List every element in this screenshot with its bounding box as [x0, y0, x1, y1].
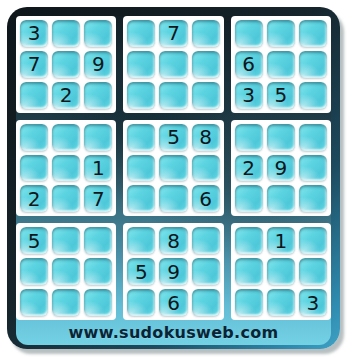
- cell-r1c6[interactable]: [192, 20, 220, 47]
- cell-r8c2[interactable]: [52, 258, 80, 285]
- cell-r6c9[interactable]: [299, 185, 327, 212]
- cell-r8c8[interactable]: [267, 258, 295, 285]
- cell-r5c5[interactable]: [159, 155, 187, 182]
- cell-r6c6: 6: [192, 185, 220, 212]
- cell-r8c9[interactable]: [299, 258, 327, 285]
- cell-r4c1[interactable]: [20, 124, 48, 151]
- cell-r3c9[interactable]: [299, 82, 327, 109]
- cell-r4c2[interactable]: [52, 124, 80, 151]
- block-7: 5: [16, 223, 116, 320]
- page: 37927635127586295859613 www.sudokusweb.c…: [0, 0, 350, 360]
- cell-r2c6[interactable]: [192, 51, 220, 78]
- cell-r4c8[interactable]: [267, 124, 295, 151]
- cell-r7c6[interactable]: [192, 227, 220, 254]
- cell-r8c1[interactable]: [20, 258, 48, 285]
- cell-r6c4[interactable]: [127, 185, 155, 212]
- cell-r9c4[interactable]: [127, 289, 155, 316]
- cell-r1c2[interactable]: [52, 20, 80, 47]
- cell-r9c5: 6: [159, 289, 187, 316]
- cell-r7c2[interactable]: [52, 227, 80, 254]
- cell-r1c9[interactable]: [299, 20, 327, 47]
- cell-r2c9[interactable]: [299, 51, 327, 78]
- cell-r6c5[interactable]: [159, 185, 187, 212]
- cell-r9c7[interactable]: [235, 289, 263, 316]
- sudoku-board: 37927635127586295859613 www.sudokusweb.c…: [7, 7, 340, 349]
- cell-r8c3[interactable]: [84, 258, 112, 285]
- cell-r6c1: 2: [20, 185, 48, 212]
- cell-r8c5: 9: [159, 258, 187, 285]
- cell-r1c7[interactable]: [235, 20, 263, 47]
- cell-r6c2[interactable]: [52, 185, 80, 212]
- cell-r3c7: 3: [235, 82, 263, 109]
- cell-r9c9: 3: [299, 289, 327, 316]
- cell-r5c4[interactable]: [127, 155, 155, 182]
- sudoku-blocks: 37927635127586295859613: [16, 16, 331, 320]
- cell-r2c2[interactable]: [52, 51, 80, 78]
- block-8: 8596: [123, 223, 223, 320]
- cell-r2c4[interactable]: [127, 51, 155, 78]
- cell-r7c4[interactable]: [127, 227, 155, 254]
- cell-r5c7: 2: [235, 155, 263, 182]
- cell-r2c5[interactable]: [159, 51, 187, 78]
- cell-r3c6[interactable]: [192, 82, 220, 109]
- block-9: 13: [231, 223, 331, 320]
- cell-r2c1: 7: [20, 51, 48, 78]
- cell-r7c9[interactable]: [299, 227, 327, 254]
- cell-r7c1: 5: [20, 227, 48, 254]
- cell-r8c4: 5: [127, 258, 155, 285]
- cell-r1c1: 3: [20, 20, 48, 47]
- cell-r7c7[interactable]: [235, 227, 263, 254]
- footer-bar: www.sudokusweb.com: [16, 320, 331, 345]
- cell-r1c4[interactable]: [127, 20, 155, 47]
- cell-r6c7[interactable]: [235, 185, 263, 212]
- block-4: 127: [16, 120, 116, 217]
- cell-r8c7[interactable]: [235, 258, 263, 285]
- cell-r1c3[interactable]: [84, 20, 112, 47]
- cell-r4c4[interactable]: [127, 124, 155, 151]
- cell-r4c5: 5: [159, 124, 187, 151]
- cell-r8c6[interactable]: [192, 258, 220, 285]
- cell-r4c7[interactable]: [235, 124, 263, 151]
- cell-r9c1[interactable]: [20, 289, 48, 316]
- cell-r7c5: 8: [159, 227, 187, 254]
- cell-r3c8: 5: [267, 82, 295, 109]
- board-background: 37927635127586295859613 www.sudokusweb.c…: [16, 16, 331, 345]
- cell-r9c8[interactable]: [267, 289, 295, 316]
- cell-r2c7: 6: [235, 51, 263, 78]
- cell-r3c1[interactable]: [20, 82, 48, 109]
- cell-r9c3[interactable]: [84, 289, 112, 316]
- cell-r5c3: 1: [84, 155, 112, 182]
- block-1: 3792: [16, 16, 116, 113]
- cell-r4c6: 8: [192, 124, 220, 151]
- cell-r2c8[interactable]: [267, 51, 295, 78]
- cell-r7c8: 1: [267, 227, 295, 254]
- cell-r1c8[interactable]: [267, 20, 295, 47]
- cell-r6c3: 7: [84, 185, 112, 212]
- cell-r3c2: 2: [52, 82, 80, 109]
- cell-r2c3: 9: [84, 51, 112, 78]
- site-url-link[interactable]: www.sudokusweb.com: [68, 323, 278, 342]
- cell-r4c9[interactable]: [299, 124, 327, 151]
- block-2: 7: [123, 16, 223, 113]
- cell-r4c3[interactable]: [84, 124, 112, 151]
- cell-r7c3[interactable]: [84, 227, 112, 254]
- cell-r5c9[interactable]: [299, 155, 327, 182]
- cell-r5c6[interactable]: [192, 155, 220, 182]
- block-3: 635: [231, 16, 331, 113]
- cell-r5c1[interactable]: [20, 155, 48, 182]
- cell-r9c2[interactable]: [52, 289, 80, 316]
- cell-r1c5: 7: [159, 20, 187, 47]
- cell-r9c6[interactable]: [192, 289, 220, 316]
- cell-r5c2[interactable]: [52, 155, 80, 182]
- cell-r5c8: 9: [267, 155, 295, 182]
- cell-r3c5[interactable]: [159, 82, 187, 109]
- block-6: 29: [231, 120, 331, 217]
- block-5: 586: [123, 120, 223, 217]
- cell-r3c3[interactable]: [84, 82, 112, 109]
- cell-r6c8[interactable]: [267, 185, 295, 212]
- cell-r3c4[interactable]: [127, 82, 155, 109]
